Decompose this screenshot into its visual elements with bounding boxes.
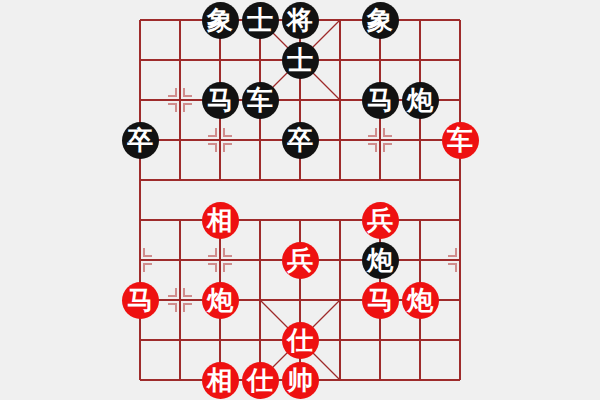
piece-black-soldier[interactable]: 卒 xyxy=(122,122,159,159)
piece-black-soldier[interactable]: 卒 xyxy=(282,122,319,159)
piece-black-general[interactable]: 将 xyxy=(282,2,319,39)
piece-black-cannon[interactable]: 炮 xyxy=(362,242,399,279)
piece-red-cannon[interactable]: 炮 xyxy=(202,282,239,319)
piece-black-horse[interactable]: 马 xyxy=(202,82,239,119)
piece-black-advisor[interactable]: 士 xyxy=(282,42,319,79)
piece-black-cannon[interactable]: 炮 xyxy=(402,82,439,119)
piece-black-advisor[interactable]: 士 xyxy=(242,2,279,39)
piece-red-advisor[interactable]: 仕 xyxy=(282,322,319,359)
piece-red-elephant[interactable]: 相 xyxy=(202,202,239,239)
piece-red-cannon[interactable]: 炮 xyxy=(402,282,439,319)
piece-red-elephant[interactable]: 相 xyxy=(202,362,239,399)
piece-red-soldier[interactable]: 兵 xyxy=(282,242,319,279)
xiangqi-diagram: 象士将象士马车马炮卒卒炮车相兵兵马炮马炮仕相仕帅 xyxy=(0,0,600,400)
piece-red-general[interactable]: 帅 xyxy=(282,362,319,399)
piece-black-chariot[interactable]: 车 xyxy=(242,82,279,119)
piece-red-advisor[interactable]: 仕 xyxy=(242,362,279,399)
piece-red-horse[interactable]: 马 xyxy=(362,282,399,319)
piece-red-horse[interactable]: 马 xyxy=(122,282,159,319)
piece-black-elephant[interactable]: 象 xyxy=(202,2,239,39)
piece-red-soldier[interactable]: 兵 xyxy=(362,202,399,239)
piece-red-chariot[interactable]: 车 xyxy=(442,122,479,159)
piece-black-horse[interactable]: 马 xyxy=(362,82,399,119)
board-grid: 象士将象士马车马炮卒卒炮车相兵兵马炮马炮仕相仕帅 xyxy=(120,0,480,400)
piece-black-elephant[interactable]: 象 xyxy=(362,2,399,39)
